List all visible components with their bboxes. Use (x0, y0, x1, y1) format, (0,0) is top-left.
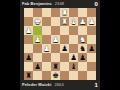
square-d6[interactable] (60, 53, 69, 62)
square-c7[interactable]: ♝ (69, 62, 78, 71)
square-d8[interactable] (60, 71, 69, 80)
white-knight: ♞ (78, 35, 87, 44)
square-c1[interactable] (69, 8, 78, 17)
square-c8[interactable] (69, 71, 78, 80)
white-pawn: ♟ (42, 44, 51, 53)
square-g5[interactable] (33, 44, 42, 53)
video-frame: Fab Benjamins 2348 0 ♜♚♜♝♟♟♟♟♟♞♟♟♞♟♟♟♟♟♜… (0, 0, 120, 90)
square-h7[interactable] (24, 62, 33, 71)
square-b7[interactable] (78, 62, 87, 71)
square-a6[interactable] (87, 53, 96, 62)
square-f6[interactable] (42, 53, 51, 62)
square-a3[interactable] (87, 26, 96, 35)
square-a7[interactable] (87, 62, 96, 71)
square-c4[interactable] (69, 35, 78, 44)
square-e4[interactable]: ♟ (51, 35, 60, 44)
square-g6[interactable] (33, 53, 42, 62)
square-e6[interactable] (51, 53, 60, 62)
black-pawn: ♟ (24, 53, 33, 62)
bottom-player-rating: 2664 (54, 83, 63, 87)
square-a1[interactable] (87, 8, 96, 17)
square-f7[interactable] (42, 62, 51, 71)
white-pawn: ♟ (24, 26, 33, 35)
black-king: ♚ (51, 71, 60, 80)
square-h6[interactable]: ♟ (24, 53, 33, 62)
square-b5[interactable]: ♞ (78, 44, 87, 53)
chess-app-panel: Fab Benjamins 2348 0 ♜♚♜♝♟♟♟♟♟♞♟♟♞♟♟♟♟♟♜… (20, 0, 100, 90)
square-g3[interactable] (33, 26, 42, 35)
square-b4[interactable]: ♞ (78, 35, 87, 44)
bottom-player-bar: Peleder Mutzki 2664 1 (20, 80, 100, 90)
square-g2[interactable]: ♚ (33, 17, 42, 26)
square-a8[interactable] (87, 71, 96, 80)
black-bishop: ♝ (69, 62, 78, 71)
square-g4[interactable]: ♟ (33, 35, 42, 44)
square-f8[interactable] (42, 71, 51, 80)
square-b1[interactable] (78, 8, 87, 17)
square-e7[interactable]: ♜ (51, 62, 60, 71)
square-d2[interactable]: ♜ (60, 17, 69, 26)
square-f3[interactable] (42, 26, 51, 35)
black-rook: ♜ (51, 62, 60, 71)
square-d5[interactable]: ♟ (60, 44, 69, 53)
white-bishop: ♝ (69, 17, 78, 26)
square-b8[interactable] (78, 71, 87, 80)
white-pawn: ♟ (78, 17, 87, 26)
black-pawn: ♟ (69, 53, 78, 62)
square-a2[interactable]: ♟ (87, 17, 96, 26)
white-pawn: ♟ (87, 17, 96, 26)
square-d4[interactable] (60, 35, 69, 44)
top-player-score: 0 (95, 2, 98, 6)
square-h5[interactable] (24, 44, 33, 53)
top-player-name: Fab Benjamins (22, 2, 52, 6)
square-h8[interactable]: ♜ (24, 71, 33, 80)
square-g7[interactable]: ♟ (33, 62, 42, 71)
square-h3[interactable]: ♟ (24, 26, 33, 35)
black-pawn: ♟ (87, 44, 96, 53)
square-h4[interactable] (24, 35, 33, 44)
square-c3[interactable] (69, 26, 78, 35)
square-e3[interactable] (51, 26, 60, 35)
square-f5[interactable]: ♟ (42, 44, 51, 53)
square-b2[interactable]: ♟ (78, 17, 87, 26)
square-h2[interactable] (24, 17, 33, 26)
square-c6[interactable]: ♟ (69, 53, 78, 62)
white-king: ♚ (33, 17, 42, 26)
chess-board[interactable]: ♜♚♜♝♟♟♟♟♟♞♟♟♞♟♟♟♟♟♜♝♜♚ (24, 8, 96, 80)
white-rook: ♜ (60, 8, 69, 17)
square-d7[interactable] (60, 62, 69, 71)
square-a5[interactable]: ♟ (87, 44, 96, 53)
top-player-bar: Fab Benjamins 2348 0 (20, 0, 100, 8)
square-f2[interactable] (42, 17, 51, 26)
square-d3[interactable] (60, 26, 69, 35)
square-c2[interactable]: ♝ (69, 17, 78, 26)
square-e5[interactable] (51, 44, 60, 53)
square-a4[interactable] (87, 35, 96, 44)
black-pawn: ♟ (33, 62, 42, 71)
black-pawn: ♟ (60, 44, 69, 53)
bottom-player-score: 1 (95, 83, 98, 87)
bottom-player-name: Peleder Mutzki (22, 83, 51, 87)
white-pawn: ♟ (51, 35, 60, 44)
square-f1[interactable] (42, 8, 51, 17)
black-knight: ♞ (78, 44, 87, 53)
square-c5[interactable] (69, 44, 78, 53)
square-h1[interactable] (24, 8, 33, 17)
square-b6[interactable]: ♟ (78, 53, 87, 62)
black-pawn: ♟ (78, 53, 87, 62)
top-player-rating: 2348 (55, 2, 64, 6)
white-rook: ♜ (60, 17, 69, 26)
black-rook: ♜ (24, 71, 33, 80)
square-e8[interactable]: ♚ (51, 71, 60, 80)
square-g1[interactable] (33, 8, 42, 17)
square-g8[interactable] (33, 71, 42, 80)
white-pawn: ♟ (33, 35, 42, 44)
square-e1[interactable] (51, 8, 60, 17)
square-d1[interactable]: ♜ (60, 8, 69, 17)
square-b3[interactable] (78, 26, 87, 35)
square-e2[interactable] (51, 17, 60, 26)
square-f4[interactable] (42, 35, 51, 44)
